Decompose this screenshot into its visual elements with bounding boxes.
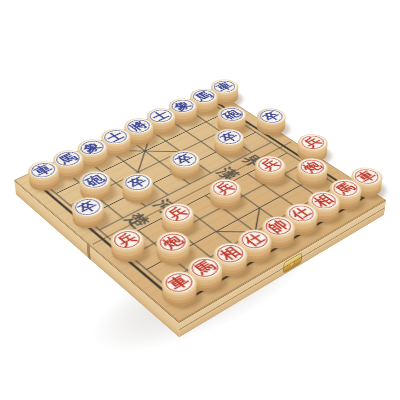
piece-glyph: 將 [127,120,150,133]
piece-glyph: 兵 [213,181,238,196]
pieces-layer: 車馬象士將士象馬車砲砲卒卒卒卒卒兵兵兵兵兵炮炮車馬相仕帥仕相馬車 [24,94,374,313]
clasp-knob [290,259,295,267]
piece-glyph: 仕 [289,206,314,222]
piece-glyph: 士 [150,110,172,123]
piece-glyph: 相 [311,193,336,208]
piece-glyph: 砲 [221,108,243,121]
piece-glyph: 象 [172,100,194,112]
piece-glyph: 卒 [260,110,283,123]
photo-stage: 楚河漢界 車馬象士將士象馬車砲砲卒卒卒卒卒兵兵兵兵兵炮炮車馬相仕帥仕相馬車 [0,0,400,400]
piece-glyph: 兵 [165,205,190,221]
piece-glyph: 馬 [56,152,79,166]
piece-glyph: 炮 [300,160,324,174]
piece-glyph: 卒 [218,131,241,144]
piece-glyph: 馬 [193,90,215,102]
perspective-wrapper: 楚河漢界 車馬象士將士象馬車砲砲卒卒卒卒卒兵兵兵兵兵炮炮車馬相仕帥仕相馬車 [0,0,400,400]
piece-glyph: 帥 [266,218,292,234]
piece-glyph: 砲 [83,173,107,188]
piece-glyph: 車 [355,169,379,184]
piece-glyph: 馬 [333,181,358,196]
piece-glyph: 相 [217,245,243,262]
piece-glyph: 士 [104,130,127,143]
piece-glyph: 卒 [125,175,149,190]
piece-glyph: 車 [31,163,55,177]
piece-glyph: 兵 [301,136,324,149]
piece-glyph: 馬 [192,259,219,277]
piece-glyph: 車 [166,273,193,292]
piece-glyph: 兵 [114,231,140,248]
piece-glyph: 車 [214,81,236,93]
piece-glyph: 炮 [160,234,186,251]
piece-glyph: 象 [81,141,104,155]
piece-glyph: 卒 [75,199,100,215]
piece-glyph: 仕 [242,232,268,249]
piece-glyph: 卒 [173,152,197,166]
xiangqi-board[interactable]: 楚河漢界 車馬象士將士象馬車砲砲卒卒卒卒卒兵兵兵兵兵炮炮車馬相仕帥仕相馬車 [14,89,386,322]
